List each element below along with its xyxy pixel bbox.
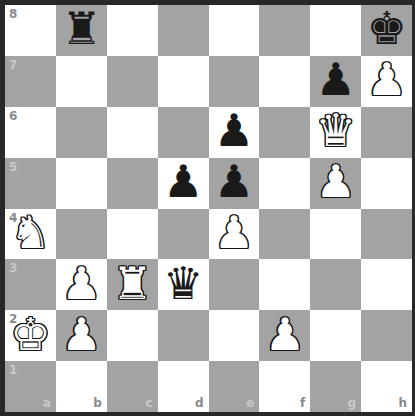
square-e1[interactable]: e xyxy=(209,361,260,412)
square-c2[interactable] xyxy=(107,310,158,361)
square-d4[interactable] xyxy=(158,209,209,260)
square-g1[interactable]: g xyxy=(310,361,361,412)
square-h1[interactable]: h xyxy=(361,361,412,412)
file-label-h: h xyxy=(398,397,407,409)
file-label-b: b xyxy=(93,397,102,409)
square-f7[interactable] xyxy=(259,56,310,107)
square-e5[interactable]: ♟ xyxy=(209,158,260,209)
black-pawn[interactable]: ♟ xyxy=(214,108,254,153)
white-rook[interactable]: ♜ xyxy=(112,261,152,306)
square-a7[interactable]: 7 xyxy=(5,56,56,107)
square-e6[interactable]: ♟ xyxy=(209,107,260,158)
square-f6[interactable] xyxy=(259,107,310,158)
rank-label-6: 6 xyxy=(9,110,17,122)
square-a1[interactable]: 1a xyxy=(5,361,56,412)
white-pawn[interactable]: ♟ xyxy=(366,57,406,102)
file-label-f: f xyxy=(300,397,305,409)
square-b1[interactable]: b xyxy=(56,361,107,412)
square-h8[interactable]: ♚ xyxy=(361,5,412,56)
black-queen[interactable]: ♛ xyxy=(163,261,203,306)
square-f5[interactable] xyxy=(259,158,310,209)
black-king[interactable]: ♚ xyxy=(366,6,406,51)
square-g7[interactable]: ♟ xyxy=(310,56,361,107)
rank-label-5: 5 xyxy=(9,161,17,173)
square-e7[interactable] xyxy=(209,56,260,107)
square-d3[interactable]: ♛ xyxy=(158,259,209,310)
square-c7[interactable] xyxy=(107,56,158,107)
square-c6[interactable] xyxy=(107,107,158,158)
square-a2[interactable]: 2♚ xyxy=(5,310,56,361)
square-e4[interactable]: ♟ xyxy=(209,209,260,260)
square-d1[interactable]: d xyxy=(158,361,209,412)
square-b5[interactable] xyxy=(56,158,107,209)
square-c3[interactable]: ♜ xyxy=(107,259,158,310)
black-rook[interactable]: ♜ xyxy=(61,6,101,51)
rank-label-3: 3 xyxy=(9,262,17,274)
square-f3[interactable] xyxy=(259,259,310,310)
square-c8[interactable] xyxy=(107,5,158,56)
square-h5[interactable] xyxy=(361,158,412,209)
rank-label-7: 7 xyxy=(9,59,17,71)
square-a8[interactable]: 8 xyxy=(5,5,56,56)
square-h6[interactable] xyxy=(361,107,412,158)
rank-label-8: 8 xyxy=(9,8,17,20)
square-d6[interactable] xyxy=(158,107,209,158)
square-f4[interactable] xyxy=(259,209,310,260)
square-d7[interactable] xyxy=(158,56,209,107)
square-a3[interactable]: 3 xyxy=(5,259,56,310)
square-b2[interactable]: ♟ xyxy=(56,310,107,361)
chess-board: 8♜♚7♟♟6♟♛5♟♟♟4♞♟3♟♜♛2♚♟♟1abcdefgh xyxy=(5,5,412,412)
square-d5[interactable]: ♟ xyxy=(158,158,209,209)
white-pawn[interactable]: ♟ xyxy=(214,210,254,255)
square-h3[interactable] xyxy=(361,259,412,310)
white-pawn[interactable]: ♟ xyxy=(61,261,101,306)
square-b8[interactable]: ♜ xyxy=(56,5,107,56)
square-a5[interactable]: 5 xyxy=(5,158,56,209)
square-f2[interactable]: ♟ xyxy=(259,310,310,361)
square-e2[interactable] xyxy=(209,310,260,361)
square-e8[interactable] xyxy=(209,5,260,56)
square-b7[interactable] xyxy=(56,56,107,107)
file-label-d: d xyxy=(195,397,204,409)
square-g8[interactable] xyxy=(310,5,361,56)
white-pawn[interactable]: ♟ xyxy=(265,312,305,357)
square-a4[interactable]: 4♞ xyxy=(5,209,56,260)
file-label-e: e xyxy=(246,397,254,409)
square-e3[interactable] xyxy=(209,259,260,310)
square-g5[interactable]: ♟ xyxy=(310,158,361,209)
white-pawn[interactable]: ♟ xyxy=(316,159,356,204)
square-a6[interactable]: 6 xyxy=(5,107,56,158)
square-d2[interactable] xyxy=(158,310,209,361)
square-h4[interactable] xyxy=(361,209,412,260)
square-d8[interactable] xyxy=(158,5,209,56)
square-h2[interactable] xyxy=(361,310,412,361)
rank-label-1: 1 xyxy=(9,364,17,376)
square-f8[interactable] xyxy=(259,5,310,56)
file-label-a: a xyxy=(43,397,51,409)
square-g4[interactable] xyxy=(310,209,361,260)
square-b3[interactable]: ♟ xyxy=(56,259,107,310)
white-queen[interactable]: ♛ xyxy=(316,108,356,153)
square-b6[interactable] xyxy=(56,107,107,158)
square-c4[interactable] xyxy=(107,209,158,260)
square-g3[interactable] xyxy=(310,259,361,310)
black-pawn[interactable]: ♟ xyxy=(214,159,254,204)
black-pawn[interactable]: ♟ xyxy=(316,57,356,102)
square-g2[interactable] xyxy=(310,310,361,361)
square-g6[interactable]: ♛ xyxy=(310,107,361,158)
square-f1[interactable]: f xyxy=(259,361,310,412)
square-h7[interactable]: ♟ xyxy=(361,56,412,107)
file-label-c: c xyxy=(146,397,153,409)
rank-label-2: 2 xyxy=(9,313,17,325)
square-c1[interactable]: c xyxy=(107,361,158,412)
square-c5[interactable] xyxy=(107,158,158,209)
board-frame: 8♜♚7♟♟6♟♛5♟♟♟4♞♟3♟♜♛2♚♟♟1abcdefgh xyxy=(0,0,415,416)
rank-label-4: 4 xyxy=(9,212,17,224)
black-pawn[interactable]: ♟ xyxy=(163,159,203,204)
white-pawn[interactable]: ♟ xyxy=(61,312,101,357)
square-b4[interactable] xyxy=(56,209,107,260)
file-label-g: g xyxy=(348,397,357,409)
